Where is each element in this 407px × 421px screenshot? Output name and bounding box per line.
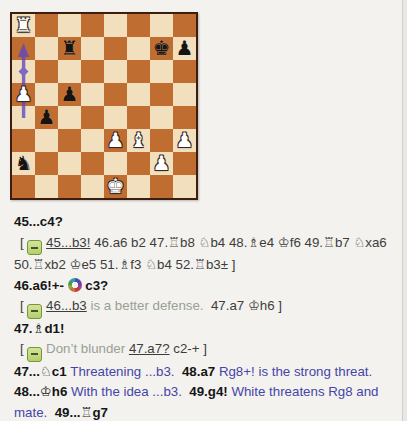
white-pawn-a5[interactable]: ♟ <box>12 83 35 106</box>
white-king-e1[interactable]: ♚ <box>104 175 127 198</box>
variation-move-link[interactable]: 46...b3 <box>46 298 87 313</box>
black-pawn-h7[interactable]: ♟ <box>173 37 196 60</box>
livebook-ring-icon <box>68 278 82 292</box>
variation-move-link[interactable]: 45...b3! <box>46 235 90 250</box>
white-pawn-e3[interactable]: ♟ <box>104 129 127 152</box>
chess-board[interactable]: ♜♜♚♟♟♟♟♟♝♟♞♟♚ <box>10 12 198 200</box>
black-pawn-c5[interactable]: ♟ <box>58 83 81 106</box>
white-rook-a8[interactable]: ♜ <box>12 14 35 37</box>
black-rook-c7[interactable]: ♜ <box>58 37 81 60</box>
game-move[interactable]: 49...♖g7 <box>47 405 108 420</box>
notation-line-1: 45...c4? <box>14 212 399 233</box>
game-move[interactable]: 47...♘c1 <box>14 364 70 379</box>
board-pieces: ♜♜♚♟♟♟♟♟♝♟♞♟♚ <box>12 14 196 198</box>
comment-text: is a better defense. <box>87 298 204 313</box>
notation-line-2: [ 45...b3! 46.a6 b2 47.♖b8 ♘b4 48.♗e4 ♔f… <box>14 233 399 276</box>
game-move[interactable]: 47.♗d1! <box>14 321 64 336</box>
comment-text: [ <box>20 235 27 250</box>
comment-text: Don’t blunder <box>42 341 128 356</box>
notation-line-7: 47...♘c1 Threatening ...b3. 48.a7 Rg8+! … <box>14 362 399 383</box>
black-knight-a2[interactable]: ♞ <box>12 152 35 175</box>
comment-text: [ <box>20 298 27 313</box>
game-move[interactable]: 48.a7 <box>175 364 219 379</box>
notation-line-8: 48...♔h6 With the idea ...b3. 49.g4! Whi… <box>14 382 399 421</box>
collapse-variation-icon[interactable] <box>27 240 42 255</box>
black-pawn-b4[interactable]: ♟ <box>35 106 58 129</box>
notation-line-6: [ Don’t blunder 47.a7? c2-+ ] <box>14 339 399 362</box>
white-bishop-f3[interactable]: ♝ <box>127 129 150 152</box>
scrollbar-track[interactable] <box>402 0 407 421</box>
collapse-variation-icon[interactable] <box>27 304 42 319</box>
collapse-variation-icon[interactable] <box>27 347 42 362</box>
notation-line-5: 47.♗d1! <box>14 319 399 340</box>
game-move[interactable]: c3? <box>82 278 109 293</box>
notation-line-3: 46.a6!+- c3? <box>14 276 399 297</box>
comment-text: c2-+ ] <box>170 341 207 356</box>
notation-line-4: [ 46...b3 is a better defense. 47.a7 ♔h6… <box>14 296 399 319</box>
game-move[interactable]: 45...c4? <box>14 214 63 229</box>
black-king-g7[interactable]: ♚ <box>150 37 173 60</box>
white-pawn-g2[interactable]: ♟ <box>150 152 173 175</box>
game-move[interactable]: 48...♔h6 <box>14 384 71 399</box>
game-move[interactable]: 46.a6!+- <box>14 278 68 293</box>
comment-text: [ <box>20 341 27 356</box>
notation-panel: 45...c4?[ 45...b3! 46.a6 b2 47.♖b8 ♘b4 4… <box>0 206 407 421</box>
comment-text: Threatening ...b3. <box>70 364 174 379</box>
game-move[interactable]: 49.g4! <box>182 384 232 399</box>
variation-move-link[interactable]: 47.a7? <box>129 341 170 356</box>
comment-text: Rg8+! is the strong threat. <box>219 364 372 379</box>
comment-text: With the idea ...b3. <box>71 384 182 399</box>
white-pawn-h3[interactable]: ♟ <box>173 129 196 152</box>
comment-text: 47.a7 ♔h6 ] <box>204 298 282 313</box>
